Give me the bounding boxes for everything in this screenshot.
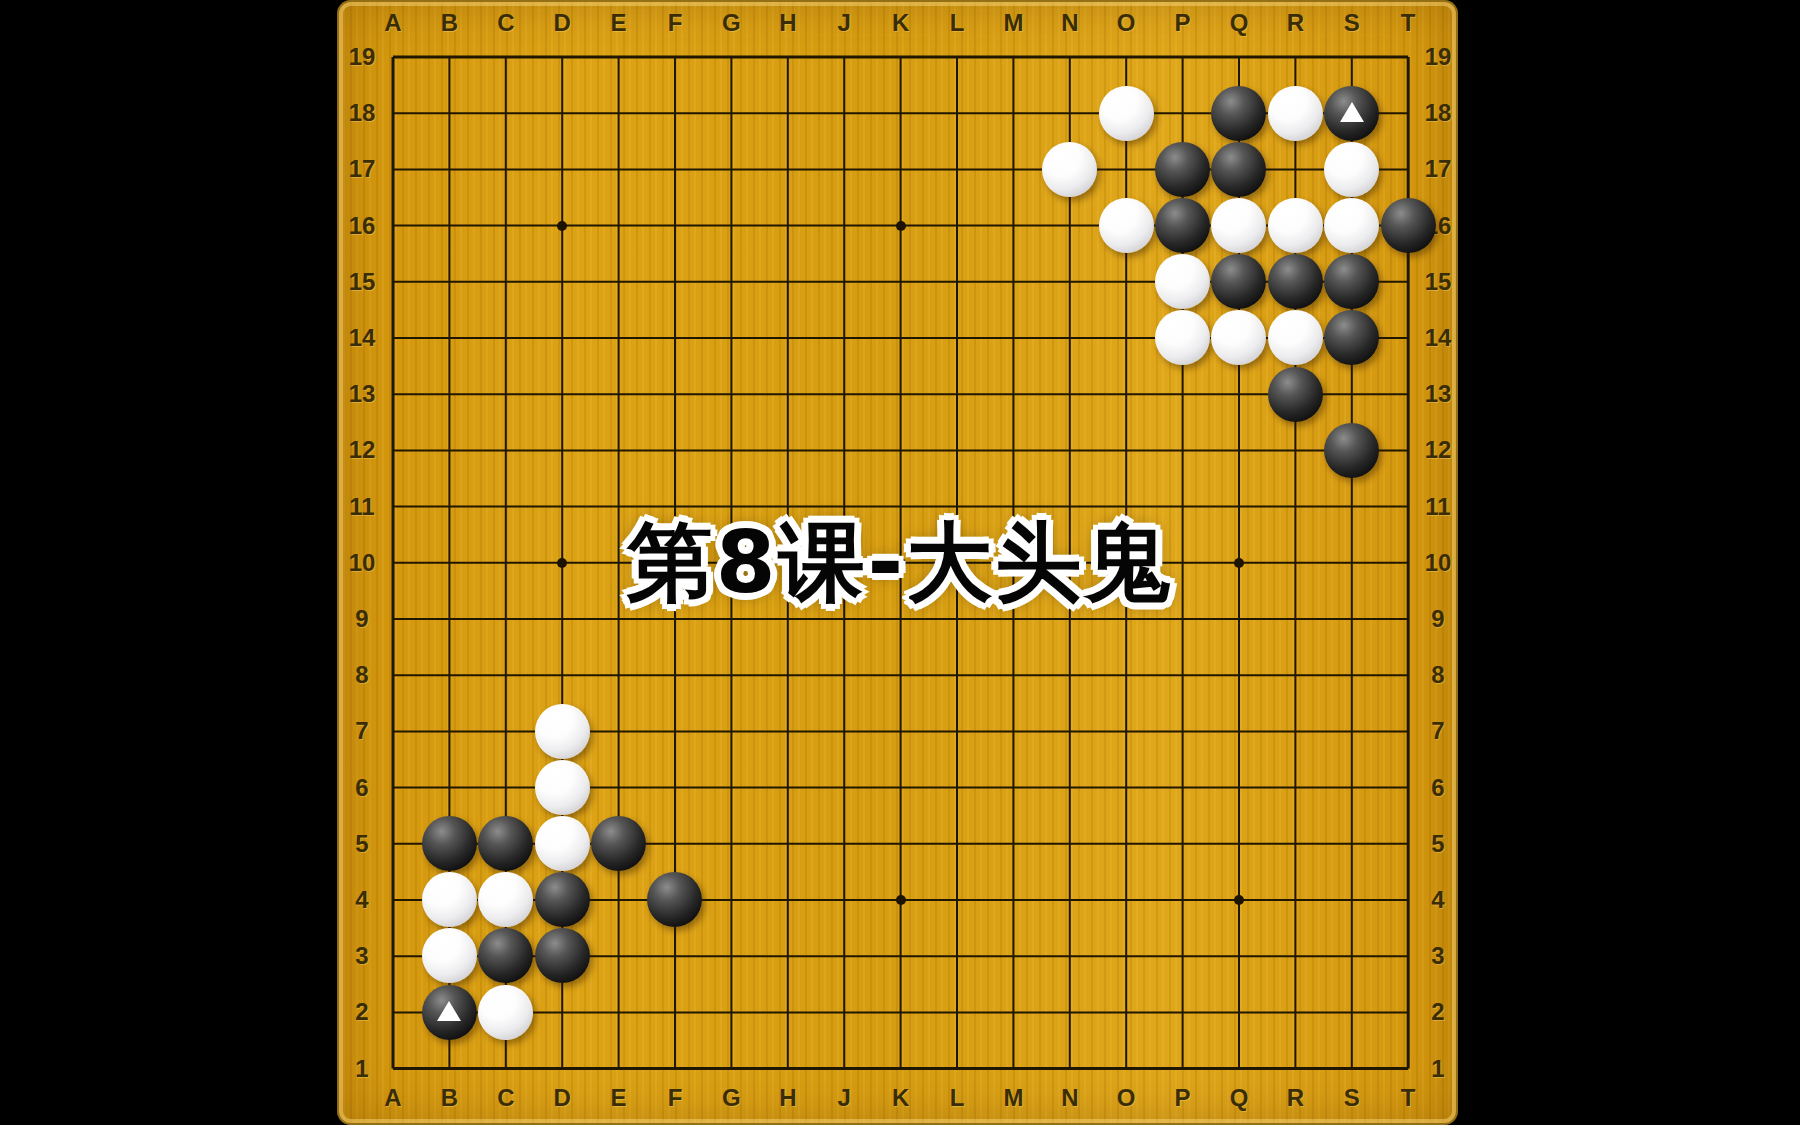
intersection-Q15[interactable]	[1211, 254, 1267, 310]
intersection-Q3[interactable]	[1211, 928, 1267, 984]
intersection-J5[interactable]	[816, 816, 872, 872]
intersection-K6[interactable]	[872, 759, 928, 815]
intersection-S15[interactable]	[1323, 254, 1379, 310]
intersection-T10[interactable]	[1380, 535, 1436, 591]
intersection-L15[interactable]	[929, 254, 985, 310]
intersection-H6[interactable]	[760, 759, 816, 815]
intersection-J17[interactable]	[816, 141, 872, 197]
intersection-J19[interactable]	[816, 29, 872, 85]
intersection-A15[interactable]	[365, 254, 421, 310]
intersection-C1[interactable]	[478, 1040, 534, 1096]
intersection-C14[interactable]	[478, 310, 534, 366]
intersection-J6[interactable]	[816, 759, 872, 815]
intersection-D7[interactable]	[534, 703, 590, 759]
intersection-P14[interactable]	[1154, 310, 1210, 366]
intersection-L3[interactable]	[929, 928, 985, 984]
intersection-P4[interactable]	[1154, 872, 1210, 928]
intersection-A19[interactable]	[365, 29, 421, 85]
intersection-M17[interactable]	[985, 141, 1041, 197]
intersection-C15[interactable]	[478, 254, 534, 310]
intersection-E15[interactable]	[590, 254, 646, 310]
intersection-J13[interactable]	[816, 366, 872, 422]
black-stone[interactable]	[1324, 423, 1379, 478]
intersection-S10[interactable]	[1323, 535, 1379, 591]
intersection-B1[interactable]	[421, 1040, 477, 1096]
intersection-R6[interactable]	[1267, 759, 1323, 815]
intersection-C16[interactable]	[478, 197, 534, 253]
black-stone[interactable]	[535, 928, 590, 983]
intersection-G2[interactable]	[703, 984, 759, 1040]
intersection-Q8[interactable]	[1211, 647, 1267, 703]
intersection-B16[interactable]	[421, 197, 477, 253]
intersection-C11[interactable]	[478, 478, 534, 534]
intersection-M2[interactable]	[985, 984, 1041, 1040]
intersection-H14[interactable]	[760, 310, 816, 366]
intersection-F2[interactable]	[647, 984, 703, 1040]
black-stone[interactable]	[591, 816, 646, 871]
intersection-R9[interactable]	[1267, 591, 1323, 647]
intersection-Q17[interactable]	[1211, 141, 1267, 197]
intersection-G8[interactable]	[703, 647, 759, 703]
intersection-L19[interactable]	[929, 29, 985, 85]
intersection-E6[interactable]	[590, 759, 646, 815]
intersection-D17[interactable]	[534, 141, 590, 197]
intersection-E19[interactable]	[590, 29, 646, 85]
intersection-C6[interactable]	[478, 759, 534, 815]
intersection-D16[interactable]	[534, 197, 590, 253]
intersection-G19[interactable]	[703, 29, 759, 85]
intersection-J15[interactable]	[816, 254, 872, 310]
white-stone[interactable]	[535, 816, 590, 871]
intersection-M4[interactable]	[985, 872, 1041, 928]
intersection-Q5[interactable]	[1211, 816, 1267, 872]
intersection-M3[interactable]	[985, 928, 1041, 984]
intersection-G14[interactable]	[703, 310, 759, 366]
white-stone[interactable]	[1099, 198, 1154, 253]
black-stone[interactable]	[1324, 254, 1379, 309]
intersection-D14[interactable]	[534, 310, 590, 366]
intersection-O13[interactable]	[1098, 366, 1154, 422]
intersection-R5[interactable]	[1267, 816, 1323, 872]
intersection-A3[interactable]	[365, 928, 421, 984]
intersection-Q6[interactable]	[1211, 759, 1267, 815]
intersection-S11[interactable]	[1323, 478, 1379, 534]
intersection-D5[interactable]	[534, 816, 590, 872]
intersection-B4[interactable]	[421, 872, 477, 928]
intersection-P7[interactable]	[1154, 703, 1210, 759]
white-stone[interactable]	[1099, 86, 1154, 141]
intersection-F12[interactable]	[647, 422, 703, 478]
intersection-B14[interactable]	[421, 310, 477, 366]
intersection-O5[interactable]	[1098, 816, 1154, 872]
white-stone[interactable]	[422, 928, 477, 983]
intersection-P8[interactable]	[1154, 647, 1210, 703]
intersection-P5[interactable]	[1154, 816, 1210, 872]
white-stone[interactable]	[1268, 86, 1323, 141]
black-stone[interactable]	[422, 985, 477, 1040]
intersection-P3[interactable]	[1154, 928, 1210, 984]
intersection-K1[interactable]	[872, 1040, 928, 1096]
intersection-E4[interactable]	[590, 872, 646, 928]
intersection-N12[interactable]	[1041, 422, 1097, 478]
intersection-S17[interactable]	[1323, 141, 1379, 197]
intersection-T15[interactable]	[1380, 254, 1436, 310]
intersection-E16[interactable]	[590, 197, 646, 253]
intersection-S18[interactable]	[1323, 85, 1379, 141]
intersection-J18[interactable]	[816, 85, 872, 141]
intersection-K5[interactable]	[872, 816, 928, 872]
intersection-A1[interactable]	[365, 1040, 421, 1096]
intersection-R12[interactable]	[1267, 422, 1323, 478]
intersection-P13[interactable]	[1154, 366, 1210, 422]
intersection-C4[interactable]	[478, 872, 534, 928]
intersection-M13[interactable]	[985, 366, 1041, 422]
intersection-F1[interactable]	[647, 1040, 703, 1096]
intersection-S4[interactable]	[1323, 872, 1379, 928]
intersection-G13[interactable]	[703, 366, 759, 422]
intersection-O2[interactable]	[1098, 984, 1154, 1040]
intersection-P2[interactable]	[1154, 984, 1210, 1040]
intersection-Q11[interactable]	[1211, 478, 1267, 534]
white-stone[interactable]	[1155, 310, 1210, 365]
intersection-R18[interactable]	[1267, 85, 1323, 141]
white-stone[interactable]	[1268, 310, 1323, 365]
intersection-F15[interactable]	[647, 254, 703, 310]
intersection-O15[interactable]	[1098, 254, 1154, 310]
intersection-T8[interactable]	[1380, 647, 1436, 703]
intersection-M7[interactable]	[985, 703, 1041, 759]
intersection-P6[interactable]	[1154, 759, 1210, 815]
intersection-O19[interactable]	[1098, 29, 1154, 85]
intersection-H19[interactable]	[760, 29, 816, 85]
intersection-S16[interactable]	[1323, 197, 1379, 253]
intersection-R17[interactable]	[1267, 141, 1323, 197]
intersection-H1[interactable]	[760, 1040, 816, 1096]
intersection-K3[interactable]	[872, 928, 928, 984]
white-stone[interactable]	[1042, 142, 1097, 197]
intersection-R10[interactable]	[1267, 535, 1323, 591]
white-stone[interactable]	[1211, 198, 1266, 253]
intersection-A5[interactable]	[365, 816, 421, 872]
white-stone[interactable]	[1324, 198, 1379, 253]
intersection-N16[interactable]	[1041, 197, 1097, 253]
intersection-H17[interactable]	[760, 141, 816, 197]
intersection-J8[interactable]	[816, 647, 872, 703]
intersection-O18[interactable]	[1098, 85, 1154, 141]
intersection-A8[interactable]	[365, 647, 421, 703]
intersection-F17[interactable]	[647, 141, 703, 197]
intersection-N5[interactable]	[1041, 816, 1097, 872]
black-stone[interactable]	[478, 816, 533, 871]
intersection-J4[interactable]	[816, 872, 872, 928]
intersection-B15[interactable]	[421, 254, 477, 310]
intersection-K15[interactable]	[872, 254, 928, 310]
intersection-R4[interactable]	[1267, 872, 1323, 928]
intersection-B10[interactable]	[421, 535, 477, 591]
intersection-K14[interactable]	[872, 310, 928, 366]
intersection-B6[interactable]	[421, 759, 477, 815]
intersection-S12[interactable]	[1323, 422, 1379, 478]
intersection-A13[interactable]	[365, 366, 421, 422]
intersection-M6[interactable]	[985, 759, 1041, 815]
intersection-B19[interactable]	[421, 29, 477, 85]
intersection-D12[interactable]	[534, 422, 590, 478]
black-stone[interactable]	[1324, 310, 1379, 365]
intersection-Q13[interactable]	[1211, 366, 1267, 422]
intersection-N8[interactable]	[1041, 647, 1097, 703]
intersection-N3[interactable]	[1041, 928, 1097, 984]
white-stone[interactable]	[535, 704, 590, 759]
intersection-G3[interactable]	[703, 928, 759, 984]
intersection-S5[interactable]	[1323, 816, 1379, 872]
intersection-T12[interactable]	[1380, 422, 1436, 478]
intersection-T6[interactable]	[1380, 759, 1436, 815]
intersection-T5[interactable]	[1380, 816, 1436, 872]
white-stone[interactable]	[1211, 310, 1266, 365]
intersection-C17[interactable]	[478, 141, 534, 197]
intersection-B8[interactable]	[421, 647, 477, 703]
white-stone[interactable]	[422, 872, 477, 927]
intersection-E5[interactable]	[590, 816, 646, 872]
intersection-C10[interactable]	[478, 535, 534, 591]
intersection-F6[interactable]	[647, 759, 703, 815]
intersection-P1[interactable]	[1154, 1040, 1210, 1096]
intersection-H12[interactable]	[760, 422, 816, 478]
intersection-A4[interactable]	[365, 872, 421, 928]
intersection-B12[interactable]	[421, 422, 477, 478]
intersection-C19[interactable]	[478, 29, 534, 85]
intersection-B7[interactable]	[421, 703, 477, 759]
intersection-T1[interactable]	[1380, 1040, 1436, 1096]
intersection-O8[interactable]	[1098, 647, 1154, 703]
black-stone[interactable]	[535, 872, 590, 927]
intersection-E3[interactable]	[590, 928, 646, 984]
intersection-E14[interactable]	[590, 310, 646, 366]
intersection-Q14[interactable]	[1211, 310, 1267, 366]
intersection-R15[interactable]	[1267, 254, 1323, 310]
intersection-F8[interactable]	[647, 647, 703, 703]
black-stone[interactable]	[1155, 198, 1210, 253]
black-stone[interactable]	[1268, 367, 1323, 422]
intersection-K17[interactable]	[872, 141, 928, 197]
white-stone[interactable]	[1155, 254, 1210, 309]
intersection-B2[interactable]	[421, 984, 477, 1040]
intersection-N4[interactable]	[1041, 872, 1097, 928]
intersection-J1[interactable]	[816, 1040, 872, 1096]
intersection-S7[interactable]	[1323, 703, 1379, 759]
intersection-B11[interactable]	[421, 478, 477, 534]
intersection-M18[interactable]	[985, 85, 1041, 141]
intersection-R14[interactable]	[1267, 310, 1323, 366]
intersection-C13[interactable]	[478, 366, 534, 422]
intersection-E8[interactable]	[590, 647, 646, 703]
intersection-R16[interactable]	[1267, 197, 1323, 253]
black-stone[interactable]	[1381, 198, 1436, 253]
intersection-M16[interactable]	[985, 197, 1041, 253]
intersection-K7[interactable]	[872, 703, 928, 759]
intersection-C9[interactable]	[478, 591, 534, 647]
intersection-L2[interactable]	[929, 984, 985, 1040]
intersection-J7[interactable]	[816, 703, 872, 759]
white-stone[interactable]	[1268, 198, 1323, 253]
intersection-P12[interactable]	[1154, 422, 1210, 478]
intersection-S6[interactable]	[1323, 759, 1379, 815]
intersection-Q16[interactable]	[1211, 197, 1267, 253]
intersection-D10[interactable]	[534, 535, 590, 591]
intersection-D2[interactable]	[534, 984, 590, 1040]
intersection-G16[interactable]	[703, 197, 759, 253]
intersection-Q19[interactable]	[1211, 29, 1267, 85]
intersection-N18[interactable]	[1041, 85, 1097, 141]
intersection-T14[interactable]	[1380, 310, 1436, 366]
intersection-A7[interactable]	[365, 703, 421, 759]
intersection-B9[interactable]	[421, 591, 477, 647]
intersection-T16[interactable]	[1380, 197, 1436, 253]
intersection-L6[interactable]	[929, 759, 985, 815]
intersection-E1[interactable]	[590, 1040, 646, 1096]
intersection-K13[interactable]	[872, 366, 928, 422]
intersection-R2[interactable]	[1267, 984, 1323, 1040]
intersection-F16[interactable]	[647, 197, 703, 253]
intersection-H2[interactable]	[760, 984, 816, 1040]
white-stone[interactable]	[478, 985, 533, 1040]
black-stone[interactable]	[1211, 254, 1266, 309]
intersection-H18[interactable]	[760, 85, 816, 141]
black-stone[interactable]	[647, 872, 702, 927]
intersection-M15[interactable]	[985, 254, 1041, 310]
intersection-R1[interactable]	[1267, 1040, 1323, 1096]
intersection-E13[interactable]	[590, 366, 646, 422]
intersection-J14[interactable]	[816, 310, 872, 366]
intersection-C8[interactable]	[478, 647, 534, 703]
intersection-A14[interactable]	[365, 310, 421, 366]
intersection-K12[interactable]	[872, 422, 928, 478]
intersection-D4[interactable]	[534, 872, 590, 928]
intersection-J16[interactable]	[816, 197, 872, 253]
intersection-S2[interactable]	[1323, 984, 1379, 1040]
intersection-M5[interactable]	[985, 816, 1041, 872]
intersection-L8[interactable]	[929, 647, 985, 703]
intersection-D15[interactable]	[534, 254, 590, 310]
intersection-L7[interactable]	[929, 703, 985, 759]
intersection-Q7[interactable]	[1211, 703, 1267, 759]
intersection-Q9[interactable]	[1211, 591, 1267, 647]
white-stone[interactable]	[1324, 142, 1379, 197]
intersection-D19[interactable]	[534, 29, 590, 85]
intersection-O1[interactable]	[1098, 1040, 1154, 1096]
intersection-F5[interactable]	[647, 816, 703, 872]
black-stone[interactable]	[1211, 142, 1266, 197]
intersection-A11[interactable]	[365, 478, 421, 534]
intersection-D8[interactable]	[534, 647, 590, 703]
intersection-N19[interactable]	[1041, 29, 1097, 85]
intersection-K19[interactable]	[872, 29, 928, 85]
intersection-K18[interactable]	[872, 85, 928, 141]
intersection-A6[interactable]	[365, 759, 421, 815]
white-stone[interactable]	[535, 760, 590, 815]
intersection-K8[interactable]	[872, 647, 928, 703]
intersection-S3[interactable]	[1323, 928, 1379, 984]
intersection-G7[interactable]	[703, 703, 759, 759]
black-stone[interactable]	[1211, 86, 1266, 141]
intersection-S8[interactable]	[1323, 647, 1379, 703]
intersection-E17[interactable]	[590, 141, 646, 197]
intersection-G6[interactable]	[703, 759, 759, 815]
intersection-B5[interactable]	[421, 816, 477, 872]
intersection-Q1[interactable]	[1211, 1040, 1267, 1096]
intersection-M12[interactable]	[985, 422, 1041, 478]
black-stone[interactable]	[422, 816, 477, 871]
intersection-S9[interactable]	[1323, 591, 1379, 647]
intersection-B17[interactable]	[421, 141, 477, 197]
intersection-O16[interactable]	[1098, 197, 1154, 253]
intersection-A16[interactable]	[365, 197, 421, 253]
intersection-R7[interactable]	[1267, 703, 1323, 759]
intersection-F3[interactable]	[647, 928, 703, 984]
intersection-H5[interactable]	[760, 816, 816, 872]
intersection-P17[interactable]	[1154, 141, 1210, 197]
intersection-D11[interactable]	[534, 478, 590, 534]
intersection-L4[interactable]	[929, 872, 985, 928]
intersection-B18[interactable]	[421, 85, 477, 141]
intersection-S13[interactable]	[1323, 366, 1379, 422]
intersection-G18[interactable]	[703, 85, 759, 141]
intersection-N13[interactable]	[1041, 366, 1097, 422]
intersection-R8[interactable]	[1267, 647, 1323, 703]
intersection-Q2[interactable]	[1211, 984, 1267, 1040]
intersection-A12[interactable]	[365, 422, 421, 478]
intersection-G1[interactable]	[703, 1040, 759, 1096]
intersection-M1[interactable]	[985, 1040, 1041, 1096]
intersection-E12[interactable]	[590, 422, 646, 478]
intersection-O6[interactable]	[1098, 759, 1154, 815]
intersection-L16[interactable]	[929, 197, 985, 253]
intersection-K4[interactable]	[872, 872, 928, 928]
intersection-D18[interactable]	[534, 85, 590, 141]
intersection-T19[interactable]	[1380, 29, 1436, 85]
intersection-C2[interactable]	[478, 984, 534, 1040]
intersection-G4[interactable]	[703, 872, 759, 928]
intersection-M8[interactable]	[985, 647, 1041, 703]
intersection-F19[interactable]	[647, 29, 703, 85]
intersection-F14[interactable]	[647, 310, 703, 366]
intersection-N7[interactable]	[1041, 703, 1097, 759]
intersection-F7[interactable]	[647, 703, 703, 759]
intersection-O7[interactable]	[1098, 703, 1154, 759]
intersection-P18[interactable]	[1154, 85, 1210, 141]
intersection-O17[interactable]	[1098, 141, 1154, 197]
intersection-D13[interactable]	[534, 366, 590, 422]
intersection-T18[interactable]	[1380, 85, 1436, 141]
black-stone[interactable]	[1268, 254, 1323, 309]
intersection-R3[interactable]	[1267, 928, 1323, 984]
intersection-D1[interactable]	[534, 1040, 590, 1096]
intersection-O12[interactable]	[1098, 422, 1154, 478]
intersection-D6[interactable]	[534, 759, 590, 815]
white-stone[interactable]	[478, 872, 533, 927]
intersection-D9[interactable]	[534, 591, 590, 647]
intersection-F18[interactable]	[647, 85, 703, 141]
intersection-K16[interactable]	[872, 197, 928, 253]
intersection-T11[interactable]	[1380, 478, 1436, 534]
intersection-N1[interactable]	[1041, 1040, 1097, 1096]
intersection-G15[interactable]	[703, 254, 759, 310]
intersection-G5[interactable]	[703, 816, 759, 872]
intersection-H3[interactable]	[760, 928, 816, 984]
intersection-J12[interactable]	[816, 422, 872, 478]
intersection-H8[interactable]	[760, 647, 816, 703]
intersection-N14[interactable]	[1041, 310, 1097, 366]
